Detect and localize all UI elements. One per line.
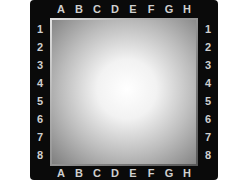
rank-label-1: 1 bbox=[33, 20, 47, 38]
file-label-F: F bbox=[142, 2, 160, 16]
file-label-H: H bbox=[178, 166, 196, 180]
rank-label-7: 7 bbox=[201, 128, 215, 146]
file-label-B: B bbox=[70, 2, 88, 16]
rank-label-5: 5 bbox=[33, 92, 47, 110]
rank-label-7: 7 bbox=[33, 128, 47, 146]
rank-label-2: 2 bbox=[201, 38, 215, 56]
rank-label-6: 6 bbox=[201, 110, 215, 128]
file-label-G: G bbox=[160, 166, 178, 180]
file-label-A: A bbox=[52, 2, 70, 16]
file-label-B: B bbox=[70, 166, 88, 180]
file-label-D: D bbox=[106, 166, 124, 180]
rank-label-3: 3 bbox=[33, 56, 47, 74]
page: { "game": "chess", "board": { "files": [… bbox=[0, 0, 250, 180]
board-frame bbox=[50, 18, 198, 166]
rank-label-1: 1 bbox=[201, 20, 215, 38]
file-labels-bottom: ABCDEFGH bbox=[52, 166, 196, 180]
rank-label-3: 3 bbox=[201, 56, 215, 74]
file-label-C: C bbox=[88, 2, 106, 16]
rank-labels-right: 12345678 bbox=[201, 20, 215, 164]
rank-label-8: 8 bbox=[201, 146, 215, 164]
chess-board bbox=[52, 20, 196, 164]
rank-label-8: 8 bbox=[33, 146, 47, 164]
rank-label-4: 4 bbox=[33, 74, 47, 92]
rank-label-4: 4 bbox=[201, 74, 215, 92]
board-panel: ABCDEFGH 12345678 12345678 ABCDEFGH bbox=[30, 0, 218, 180]
file-label-C: C bbox=[88, 166, 106, 180]
file-label-E: E bbox=[124, 2, 142, 16]
file-label-D: D bbox=[106, 2, 124, 16]
rank-label-2: 2 bbox=[33, 38, 47, 56]
file-label-H: H bbox=[178, 2, 196, 16]
file-label-E: E bbox=[124, 166, 142, 180]
file-labels-top: ABCDEFGH bbox=[52, 2, 196, 16]
file-label-F: F bbox=[142, 166, 160, 180]
rank-label-6: 6 bbox=[33, 110, 47, 128]
file-label-A: A bbox=[52, 166, 70, 180]
rank-labels-left: 12345678 bbox=[33, 20, 47, 164]
rank-label-5: 5 bbox=[201, 92, 215, 110]
file-label-G: G bbox=[160, 2, 178, 16]
